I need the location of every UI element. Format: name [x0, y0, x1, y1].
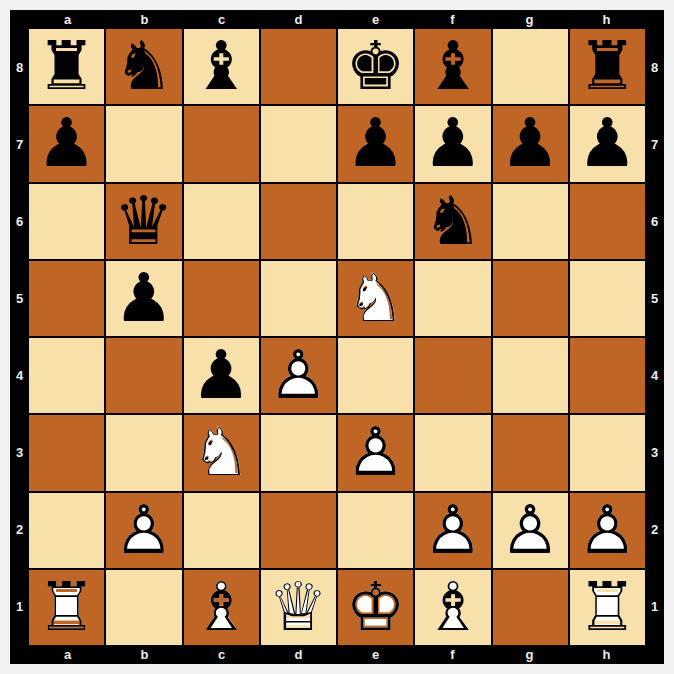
- square-g7[interactable]: ♟: [493, 106, 568, 181]
- square-a3[interactable]: [29, 415, 104, 490]
- rank-label-3: 3: [645, 414, 664, 491]
- rank-label-5: 5: [10, 260, 29, 337]
- square-a2[interactable]: [29, 493, 104, 568]
- square-f4[interactable]: [415, 338, 490, 413]
- file-label-g: g: [491, 10, 568, 29]
- rank-label-4: 4: [10, 337, 29, 414]
- square-c3[interactable]: ♞♘: [184, 415, 259, 490]
- file-label-e: e: [337, 645, 414, 664]
- square-d5[interactable]: [261, 261, 336, 336]
- square-a6[interactable]: [29, 184, 104, 259]
- square-a4[interactable]: [29, 338, 104, 413]
- square-e3[interactable]: ♟♙: [338, 415, 413, 490]
- square-g5[interactable]: [493, 261, 568, 336]
- chess-board: ♜♞♝♚♝♜♟♟♟♟♟♛♞♟♞♘♟♟♙♞♘♟♙♟♙♟♙♟♙♟♙♜♖♝♗♛♕♚♔♝…: [29, 29, 645, 645]
- square-h2[interactable]: ♟♙: [570, 493, 645, 568]
- piece-line-layer: ♙: [114, 497, 174, 564]
- rank-label-7: 7: [645, 106, 664, 183]
- square-d7[interactable]: [261, 106, 336, 181]
- square-c5[interactable]: [184, 261, 259, 336]
- black-knight[interactable]: ♞: [423, 188, 483, 255]
- square-e1[interactable]: ♚♔: [338, 570, 413, 645]
- square-h3[interactable]: [570, 415, 645, 490]
- square-c4[interactable]: ♟: [184, 338, 259, 413]
- square-d4[interactable]: ♟♙: [261, 338, 336, 413]
- white-king[interactable]: ♚♔: [346, 574, 406, 641]
- white-pawn[interactable]: ♟♙: [500, 497, 560, 564]
- rank-labels-left: 87654321: [10, 29, 29, 645]
- piece-line-layer: ♘: [191, 419, 251, 486]
- black-knight[interactable]: ♞: [114, 33, 174, 100]
- file-label-d: d: [260, 10, 337, 29]
- square-f5[interactable]: [415, 261, 490, 336]
- black-pawn[interactable]: ♟: [37, 110, 97, 177]
- white-bishop[interactable]: ♝♗: [423, 574, 483, 641]
- black-pawn[interactable]: ♟: [346, 110, 406, 177]
- piece-line-layer: ♙: [500, 497, 560, 564]
- square-f7[interactable]: ♟: [415, 106, 490, 181]
- square-b4[interactable]: [106, 338, 181, 413]
- black-pawn[interactable]: ♟: [500, 110, 560, 177]
- black-pawn[interactable]: ♟: [114, 265, 174, 332]
- square-f8[interactable]: ♝: [415, 29, 490, 104]
- black-bishop[interactable]: ♝: [191, 33, 251, 100]
- piece-line-layer: ♖: [577, 574, 637, 641]
- rank-label-4: 4: [645, 337, 664, 414]
- square-e6[interactable]: [338, 184, 413, 259]
- piece-line-layer: ♙: [577, 497, 637, 564]
- black-king[interactable]: ♚: [346, 33, 406, 100]
- rank-label-1: 1: [645, 568, 664, 645]
- square-a7[interactable]: ♟: [29, 106, 104, 181]
- square-a1[interactable]: ♜♖: [29, 570, 104, 645]
- piece-line-layer: ♖: [37, 574, 97, 641]
- square-d6[interactable]: [261, 184, 336, 259]
- black-rook[interactable]: ♜: [577, 33, 637, 100]
- square-e5[interactable]: ♞♘: [338, 261, 413, 336]
- square-h7[interactable]: ♟: [570, 106, 645, 181]
- square-f6[interactable]: ♞: [415, 184, 490, 259]
- file-label-a: a: [29, 645, 106, 664]
- square-g3[interactable]: [493, 415, 568, 490]
- square-c2[interactable]: [184, 493, 259, 568]
- file-label-f: f: [414, 645, 491, 664]
- square-f2[interactable]: ♟♙: [415, 493, 490, 568]
- square-b8[interactable]: ♞: [106, 29, 181, 104]
- white-queen[interactable]: ♛♕: [268, 574, 328, 641]
- rank-label-5: 5: [645, 260, 664, 337]
- square-c1[interactable]: ♝♗: [184, 570, 259, 645]
- rank-label-6: 6: [10, 183, 29, 260]
- white-pawn[interactable]: ♟♙: [114, 497, 174, 564]
- rank-label-3: 3: [10, 414, 29, 491]
- piece-line-layer: ♗: [423, 574, 483, 641]
- square-c8[interactable]: ♝: [184, 29, 259, 104]
- square-d3[interactable]: [261, 415, 336, 490]
- square-e8[interactable]: ♚: [338, 29, 413, 104]
- square-b2[interactable]: ♟♙: [106, 493, 181, 568]
- white-knight[interactable]: ♞♘: [346, 265, 406, 332]
- white-rook[interactable]: ♜♖: [577, 574, 637, 641]
- rank-label-2: 2: [10, 491, 29, 568]
- square-g8[interactable]: [493, 29, 568, 104]
- square-h1[interactable]: ♜♖: [570, 570, 645, 645]
- file-label-c: c: [183, 645, 260, 664]
- piece-line-layer: ♙: [346, 419, 406, 486]
- white-pawn[interactable]: ♟♙: [268, 342, 328, 409]
- square-a8[interactable]: ♜: [29, 29, 104, 104]
- square-e7[interactable]: ♟: [338, 106, 413, 181]
- piece-line-layer: ♕: [268, 574, 328, 641]
- square-g1[interactable]: [493, 570, 568, 645]
- piece-line-layer: ♘: [346, 265, 406, 332]
- square-b5[interactable]: ♟: [106, 261, 181, 336]
- rank-labels-right: 87654321: [645, 29, 664, 645]
- rank-label-8: 8: [10, 29, 29, 106]
- square-h8[interactable]: ♜: [570, 29, 645, 104]
- rank-label-8: 8: [645, 29, 664, 106]
- piece-line-layer: ♙: [423, 497, 483, 564]
- square-f3[interactable]: [415, 415, 490, 490]
- piece-line-layer: ♙: [268, 342, 328, 409]
- square-c7[interactable]: [184, 106, 259, 181]
- square-h4[interactable]: [570, 338, 645, 413]
- white-rook[interactable]: ♜♖: [37, 574, 97, 641]
- chess-app-page: abcdefgh abcdefgh 87654321 87654321 ♜♞♝♚…: [0, 0, 674, 674]
- white-pawn[interactable]: ♟♙: [577, 497, 637, 564]
- file-labels-bottom: abcdefgh: [29, 645, 645, 664]
- square-b3[interactable]: [106, 415, 181, 490]
- black-rook[interactable]: ♜: [37, 33, 97, 100]
- file-label-d: d: [260, 645, 337, 664]
- file-label-b: b: [106, 645, 183, 664]
- square-b7[interactable]: [106, 106, 181, 181]
- square-e4[interactable]: [338, 338, 413, 413]
- square-b6[interactable]: ♛: [106, 184, 181, 259]
- file-label-h: h: [568, 645, 645, 664]
- rank-label-1: 1: [10, 568, 29, 645]
- black-pawn[interactable]: ♟: [191, 342, 251, 409]
- square-d2[interactable]: [261, 493, 336, 568]
- white-pawn[interactable]: ♟♙: [346, 419, 406, 486]
- black-pawn[interactable]: ♟: [577, 110, 637, 177]
- square-e2[interactable]: [338, 493, 413, 568]
- square-h5[interactable]: [570, 261, 645, 336]
- square-g6[interactable]: [493, 184, 568, 259]
- rank-label-2: 2: [645, 491, 664, 568]
- square-f1[interactable]: ♝♗: [415, 570, 490, 645]
- square-a5[interactable]: [29, 261, 104, 336]
- square-d8[interactable]: [261, 29, 336, 104]
- rank-label-7: 7: [10, 106, 29, 183]
- black-bishop[interactable]: ♝: [423, 33, 483, 100]
- black-pawn[interactable]: ♟: [423, 110, 483, 177]
- square-d1[interactable]: ♛♕: [261, 570, 336, 645]
- white-pawn[interactable]: ♟♙: [423, 497, 483, 564]
- white-bishop[interactable]: ♝♗: [191, 574, 251, 641]
- square-g4[interactable]: [493, 338, 568, 413]
- piece-line-layer: ♗: [191, 574, 251, 641]
- square-g2[interactable]: ♟♙: [493, 493, 568, 568]
- square-h6[interactable]: [570, 184, 645, 259]
- square-c6[interactable]: [184, 184, 259, 259]
- black-queen[interactable]: ♛: [114, 188, 174, 255]
- piece-line-layer: ♔: [346, 574, 406, 641]
- square-b1[interactable]: [106, 570, 181, 645]
- chess-board-frame: abcdefgh abcdefgh 87654321 87654321 ♜♞♝♚…: [10, 10, 664, 664]
- white-knight[interactable]: ♞♘: [191, 419, 251, 486]
- rank-label-6: 6: [645, 183, 664, 260]
- file-label-g: g: [491, 645, 568, 664]
